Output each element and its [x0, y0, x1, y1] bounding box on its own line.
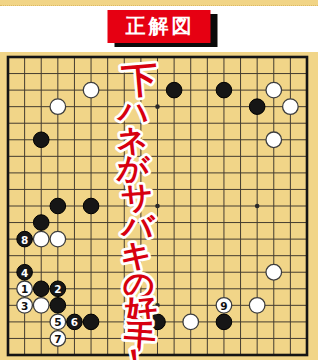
move-number: 2 — [54, 283, 61, 295]
diagram-title: 正解図 — [126, 14, 195, 38]
stone-white — [33, 231, 49, 247]
stone-black — [33, 281, 49, 297]
move-number: 1 — [21, 283, 28, 295]
stone-white — [266, 82, 282, 98]
stone-black — [216, 314, 232, 330]
move-number: 5 — [54, 316, 61, 328]
stone-white — [83, 82, 99, 98]
stone-black — [249, 99, 265, 115]
stone-black — [33, 215, 49, 231]
page: 正解図 123456789下ハネがサバキの好手！ — [0, 0, 318, 360]
star-point — [155, 204, 160, 209]
stone-black — [216, 82, 232, 98]
move-number: 4 — [21, 267, 28, 279]
move-number: 6 — [71, 316, 78, 328]
stone-white — [266, 132, 282, 148]
stone-black — [50, 198, 66, 214]
stone-black — [83, 314, 99, 330]
stone-black — [83, 198, 99, 214]
stone-black — [33, 132, 49, 148]
stone-white — [33, 298, 49, 314]
top-decor-strip — [0, 0, 318, 6]
stone-black — [166, 82, 182, 98]
move-number: 8 — [21, 234, 28, 246]
star-point — [155, 104, 160, 109]
move-number: 9 — [220, 300, 227, 312]
move-number: 3 — [21, 300, 28, 312]
go-board: 123456789下ハネがサバキの好手！ — [0, 52, 318, 360]
stone-white — [283, 99, 299, 115]
stone-white — [50, 99, 66, 115]
diagram-title-banner: 正解図 — [108, 10, 211, 43]
go-board-svg: 123456789下ハネがサバキの好手！ — [0, 52, 318, 360]
stone-white — [183, 314, 199, 330]
star-point — [255, 204, 260, 209]
stone-white — [50, 231, 66, 247]
stone-black — [50, 298, 66, 314]
move-number: 7 — [54, 333, 61, 345]
stone-white — [249, 298, 265, 314]
stone-white — [266, 264, 282, 280]
caption-char: ！ — [118, 341, 153, 360]
